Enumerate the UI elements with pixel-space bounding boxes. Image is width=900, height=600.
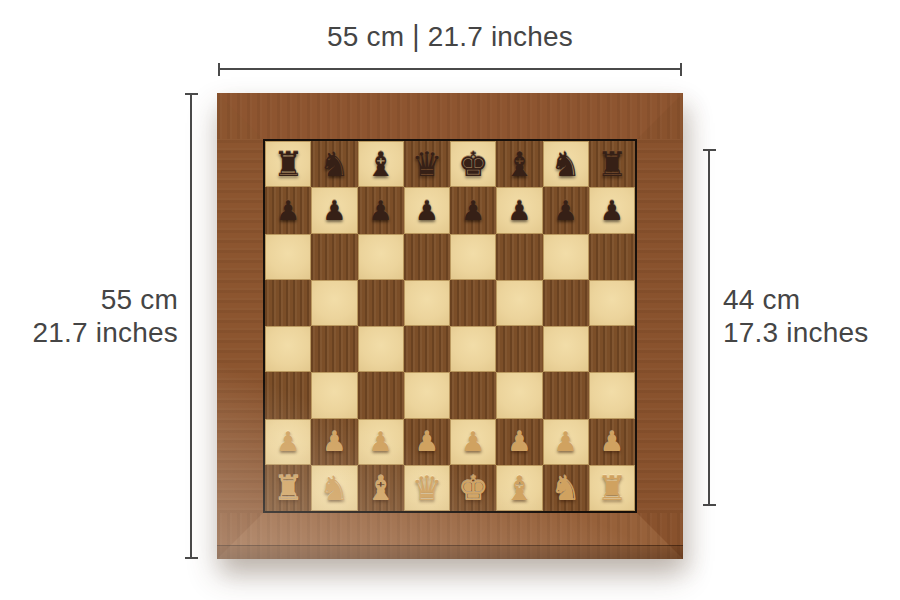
square-h7: ♟ bbox=[589, 187, 635, 233]
chess-board: ♜♞♝♛♚♝♞♜♟♟♟♟♟♟♟♟♟♟♟♟♟♟♟♟♜♞♝♛♚♝♞♜ bbox=[217, 93, 683, 559]
piece-white-pawn: ♟ bbox=[276, 428, 300, 455]
square-b3 bbox=[311, 372, 357, 418]
square-c4 bbox=[358, 326, 404, 372]
square-d3 bbox=[404, 372, 450, 418]
square-c6 bbox=[358, 234, 404, 280]
square-h1: ♜ bbox=[589, 465, 635, 511]
piece-black-pawn: ♟ bbox=[276, 197, 300, 224]
square-c1: ♝ bbox=[358, 465, 404, 511]
square-h5 bbox=[589, 280, 635, 326]
dimension-right-inches: 17.3 inches bbox=[723, 316, 900, 349]
square-g4 bbox=[543, 326, 589, 372]
dimension-line-left-cap-bottom bbox=[185, 557, 198, 559]
square-c8: ♝ bbox=[358, 141, 404, 187]
square-h6 bbox=[589, 234, 635, 280]
square-e1: ♚ bbox=[450, 465, 496, 511]
square-b7: ♟ bbox=[311, 187, 357, 233]
square-f7: ♟ bbox=[496, 187, 542, 233]
dimension-top-divider: | bbox=[412, 19, 419, 54]
piece-white-queen: ♛ bbox=[412, 471, 442, 505]
piece-black-pawn: ♟ bbox=[461, 197, 485, 224]
square-d1: ♛ bbox=[404, 465, 450, 511]
dimension-label-right: 44 cm 17.3 inches bbox=[723, 283, 900, 349]
piece-black-rook: ♜ bbox=[597, 147, 627, 181]
dimension-line-top-cap-right bbox=[680, 63, 682, 76]
dimension-label-left: 55 cm 21.7 inches bbox=[0, 283, 178, 349]
square-a5 bbox=[265, 280, 311, 326]
square-g8: ♞ bbox=[543, 141, 589, 187]
piece-white-rook: ♜ bbox=[273, 471, 303, 505]
piece-white-knight: ♞ bbox=[550, 471, 580, 505]
square-b2: ♟ bbox=[311, 419, 357, 465]
piece-black-king: ♚ bbox=[458, 147, 488, 181]
dimension-line-top bbox=[218, 68, 682, 70]
square-g2: ♟ bbox=[543, 419, 589, 465]
square-e4 bbox=[450, 326, 496, 372]
square-a6 bbox=[265, 234, 311, 280]
square-g5 bbox=[543, 280, 589, 326]
piece-white-pawn: ♟ bbox=[600, 428, 624, 455]
piece-black-pawn: ♟ bbox=[369, 197, 393, 224]
piece-black-rook: ♜ bbox=[273, 147, 303, 181]
dimension-left-inches: 21.7 inches bbox=[0, 316, 178, 349]
dimension-right-cm: 44 cm bbox=[723, 283, 900, 316]
square-c2: ♟ bbox=[358, 419, 404, 465]
square-a1: ♜ bbox=[265, 465, 311, 511]
dimension-line-left-cap-top bbox=[185, 93, 198, 95]
dimension-line-right-cap-top bbox=[703, 149, 716, 151]
square-e2: ♟ bbox=[450, 419, 496, 465]
square-c3 bbox=[358, 372, 404, 418]
piece-white-knight: ♞ bbox=[319, 471, 349, 505]
square-h4 bbox=[589, 326, 635, 372]
piece-black-pawn: ♟ bbox=[554, 197, 578, 224]
piece-black-bishop: ♝ bbox=[365, 147, 395, 181]
square-e3 bbox=[450, 372, 496, 418]
square-g6 bbox=[543, 234, 589, 280]
piece-white-pawn: ♟ bbox=[507, 428, 531, 455]
square-h2: ♟ bbox=[589, 419, 635, 465]
dimension-line-right-cap-bottom bbox=[703, 504, 716, 506]
square-f5 bbox=[496, 280, 542, 326]
playing-surface: ♜♞♝♛♚♝♞♜♟♟♟♟♟♟♟♟♟♟♟♟♟♟♟♟♜♞♝♛♚♝♞♜ bbox=[263, 139, 637, 513]
square-f2: ♟ bbox=[496, 419, 542, 465]
piece-white-pawn: ♟ bbox=[415, 428, 439, 455]
board-grid: ♜♞♝♛♚♝♞♜♟♟♟♟♟♟♟♟♟♟♟♟♟♟♟♟♜♞♝♛♚♝♞♜ bbox=[265, 141, 635, 511]
square-d8: ♛ bbox=[404, 141, 450, 187]
piece-white-bishop: ♝ bbox=[365, 471, 395, 505]
frame-grain-top bbox=[217, 93, 683, 139]
frame-grain-bottom bbox=[217, 513, 683, 559]
square-d7: ♟ bbox=[404, 187, 450, 233]
dimension-label-top: 55 cm|21.7 inches bbox=[217, 20, 683, 53]
square-h8: ♜ bbox=[589, 141, 635, 187]
square-e8: ♚ bbox=[450, 141, 496, 187]
square-a4 bbox=[265, 326, 311, 372]
square-h3 bbox=[589, 372, 635, 418]
square-b6 bbox=[311, 234, 357, 280]
frame-grain-left bbox=[217, 139, 263, 513]
piece-white-king: ♚ bbox=[458, 471, 488, 505]
square-c7: ♟ bbox=[358, 187, 404, 233]
piece-white-pawn: ♟ bbox=[369, 428, 393, 455]
piece-white-pawn: ♟ bbox=[322, 428, 346, 455]
square-f6 bbox=[496, 234, 542, 280]
board-bottom-edge bbox=[217, 545, 683, 559]
frame-grain-right bbox=[637, 139, 683, 513]
dimension-line-left bbox=[190, 93, 192, 559]
square-a2: ♟ bbox=[265, 419, 311, 465]
square-e7: ♟ bbox=[450, 187, 496, 233]
square-d6 bbox=[404, 234, 450, 280]
square-f1: ♝ bbox=[496, 465, 542, 511]
dimension-line-top-cap-left bbox=[218, 63, 220, 76]
square-d5 bbox=[404, 280, 450, 326]
square-a8: ♜ bbox=[265, 141, 311, 187]
square-f8: ♝ bbox=[496, 141, 542, 187]
piece-white-pawn: ♟ bbox=[461, 428, 485, 455]
square-d4 bbox=[404, 326, 450, 372]
piece-white-rook: ♜ bbox=[597, 471, 627, 505]
square-c5 bbox=[358, 280, 404, 326]
square-g7: ♟ bbox=[543, 187, 589, 233]
square-e5 bbox=[450, 280, 496, 326]
piece-black-pawn: ♟ bbox=[415, 197, 439, 224]
square-g3 bbox=[543, 372, 589, 418]
product-photo: 55 cm|21.7 inches 55 cm 21.7 inches 44 c… bbox=[0, 0, 900, 600]
dimension-top-cm: 55 cm bbox=[327, 21, 404, 52]
dimension-top-inches: 21.7 inches bbox=[428, 21, 573, 52]
square-f3 bbox=[496, 372, 542, 418]
square-b8: ♞ bbox=[311, 141, 357, 187]
square-d2: ♟ bbox=[404, 419, 450, 465]
piece-black-queen: ♛ bbox=[412, 147, 442, 181]
square-a7: ♟ bbox=[265, 187, 311, 233]
piece-white-pawn: ♟ bbox=[554, 428, 578, 455]
square-a3 bbox=[265, 372, 311, 418]
piece-black-knight: ♞ bbox=[319, 147, 349, 181]
square-f4 bbox=[496, 326, 542, 372]
piece-black-pawn: ♟ bbox=[600, 197, 624, 224]
square-e6 bbox=[450, 234, 496, 280]
piece-white-bishop: ♝ bbox=[504, 471, 534, 505]
square-b5 bbox=[311, 280, 357, 326]
square-b1: ♞ bbox=[311, 465, 357, 511]
piece-black-knight: ♞ bbox=[550, 147, 580, 181]
piece-black-pawn: ♟ bbox=[507, 197, 531, 224]
square-g1: ♞ bbox=[543, 465, 589, 511]
piece-black-pawn: ♟ bbox=[322, 197, 346, 224]
dimension-line-right bbox=[708, 149, 710, 506]
dimension-left-cm: 55 cm bbox=[0, 283, 178, 316]
piece-black-bishop: ♝ bbox=[504, 147, 534, 181]
square-b4 bbox=[311, 326, 357, 372]
